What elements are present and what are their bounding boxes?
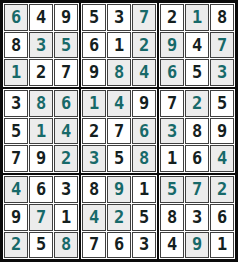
cell-r5c4-solved[interactable]: 2	[82, 118, 106, 145]
cell-r5c8-solved[interactable]: 8	[185, 118, 209, 145]
cell-r5c2-given[interactable]: 1	[29, 118, 53, 145]
cell-r3c2-solved[interactable]: 2	[29, 59, 53, 86]
cell-r8c5-given[interactable]: 2	[107, 204, 131, 231]
cell-r1c5-solved[interactable]: 3	[107, 4, 131, 31]
cell-r7c5-given[interactable]: 9	[107, 176, 131, 203]
cell-r1c9-solved[interactable]: 8	[210, 4, 234, 31]
cell-r4c9-solved[interactable]: 5	[210, 90, 234, 117]
cell-r7c1-given[interactable]: 4	[4, 176, 28, 203]
sudoku-box-5: 149276358	[80, 88, 158, 174]
cell-r2c8-solved[interactable]: 4	[185, 32, 209, 59]
cell-r8c3-solved[interactable]: 1	[54, 204, 78, 231]
cell-r3c5-given[interactable]: 8	[107, 59, 131, 86]
cell-r1c2-solved[interactable]: 4	[29, 4, 53, 31]
cell-r8c9-solved[interactable]: 6	[210, 204, 234, 231]
sudoku-board: 6498351275376129842189476533865147921492…	[0, 0, 238, 262]
cell-r1c6-given[interactable]: 7	[132, 4, 156, 31]
cell-r5c9-solved[interactable]: 9	[210, 118, 234, 145]
cell-r8c8-solved[interactable]: 3	[185, 204, 209, 231]
cell-r3c4-solved[interactable]: 9	[82, 59, 106, 86]
cell-r4c5-given[interactable]: 4	[107, 90, 131, 117]
cell-r5c7-given[interactable]: 3	[160, 118, 184, 145]
cell-r8c2-given[interactable]: 7	[29, 204, 53, 231]
cell-r5c1-solved[interactable]: 5	[4, 118, 28, 145]
cell-r6c9-given[interactable]: 4	[210, 145, 234, 172]
cell-r5c6-given[interactable]: 6	[132, 118, 156, 145]
cell-r9c3-given[interactable]: 8	[54, 232, 78, 259]
cell-r6c3-given[interactable]: 2	[54, 145, 78, 172]
cell-r4c7-solved[interactable]: 7	[160, 90, 184, 117]
sudoku-box-1: 649835127	[2, 2, 80, 88]
cell-r3c1-given[interactable]: 1	[4, 59, 28, 86]
cell-r9c2-solved[interactable]: 5	[29, 232, 53, 259]
cell-r1c7-solved[interactable]: 2	[160, 4, 184, 31]
cell-r8c4-given[interactable]: 4	[82, 204, 106, 231]
cell-r9c5-solved[interactable]: 6	[107, 232, 131, 259]
cell-r2c5-solved[interactable]: 1	[107, 32, 131, 59]
cell-r6c5-solved[interactable]: 5	[107, 145, 131, 172]
cell-r2c6-given[interactable]: 2	[132, 32, 156, 59]
cell-r3c3-solved[interactable]: 7	[54, 59, 78, 86]
cell-r9c1-given[interactable]: 2	[4, 232, 28, 259]
cell-r6c7-solved[interactable]: 1	[160, 145, 184, 172]
cell-r7c3-solved[interactable]: 3	[54, 176, 78, 203]
cell-r3c8-solved[interactable]: 5	[185, 59, 209, 86]
cell-r6c1-solved[interactable]: 7	[4, 145, 28, 172]
cell-r2c3-given[interactable]: 5	[54, 32, 78, 59]
cell-r4c8-given[interactable]: 2	[185, 90, 209, 117]
cell-r9c7-solved[interactable]: 4	[160, 232, 184, 259]
cell-r4c6-solved[interactable]: 9	[132, 90, 156, 117]
sudoku-box-9: 572836491	[158, 174, 236, 260]
cell-r7c9-given[interactable]: 2	[210, 176, 234, 203]
cell-r8c1-solved[interactable]: 9	[4, 204, 28, 231]
sudoku-box-3: 218947653	[158, 2, 236, 88]
cell-r2c9-given[interactable]: 7	[210, 32, 234, 59]
cell-r7c7-given[interactable]: 5	[160, 176, 184, 203]
cell-r6c4-given[interactable]: 3	[82, 145, 106, 172]
cell-r1c3-solved[interactable]: 9	[54, 4, 78, 31]
cell-r4c4-given[interactable]: 1	[82, 90, 106, 117]
cell-r6c6-given[interactable]: 8	[132, 145, 156, 172]
sudoku-box-7: 463971258	[2, 174, 80, 260]
sudoku-box-6: 725389164	[158, 88, 236, 174]
cell-r6c8-solved[interactable]: 6	[185, 145, 209, 172]
cell-r2c1-solved[interactable]: 8	[4, 32, 28, 59]
sudoku-box-4: 386514792	[2, 88, 80, 174]
cell-r3c9-given[interactable]: 3	[210, 59, 234, 86]
sudoku-box-2: 537612984	[80, 2, 158, 88]
sudoku-box-8: 891425763	[80, 174, 158, 260]
cell-r4c1-solved[interactable]: 3	[4, 90, 28, 117]
cell-r1c4-solved[interactable]: 5	[82, 4, 106, 31]
cell-r2c4-solved[interactable]: 6	[82, 32, 106, 59]
cell-r8c7-solved[interactable]: 8	[160, 204, 184, 231]
cell-r1c1-given[interactable]: 6	[4, 4, 28, 31]
cell-r5c5-solved[interactable]: 7	[107, 118, 131, 145]
cell-r6c2-solved[interactable]: 9	[29, 145, 53, 172]
cell-r7c4-solved[interactable]: 8	[82, 176, 106, 203]
cell-r9c6-solved[interactable]: 3	[132, 232, 156, 259]
cell-r4c2-given[interactable]: 8	[29, 90, 53, 117]
cell-r5c3-given[interactable]: 4	[54, 118, 78, 145]
cell-r4c3-given[interactable]: 6	[54, 90, 78, 117]
cell-r7c8-given[interactable]: 7	[185, 176, 209, 203]
cell-r2c7-given[interactable]: 9	[160, 32, 184, 59]
cell-r1c8-given[interactable]: 1	[185, 4, 209, 31]
cell-r2c2-given[interactable]: 3	[29, 32, 53, 59]
cell-r3c7-given[interactable]: 6	[160, 59, 184, 86]
cell-r7c2-solved[interactable]: 6	[29, 176, 53, 203]
cell-r9c9-solved[interactable]: 1	[210, 232, 234, 259]
cell-r3c6-given[interactable]: 4	[132, 59, 156, 86]
cell-r7c6-solved[interactable]: 1	[132, 176, 156, 203]
cell-r9c8-given[interactable]: 9	[185, 232, 209, 259]
cell-r8c6-solved[interactable]: 5	[132, 204, 156, 231]
cell-r9c4-solved[interactable]: 7	[82, 232, 106, 259]
